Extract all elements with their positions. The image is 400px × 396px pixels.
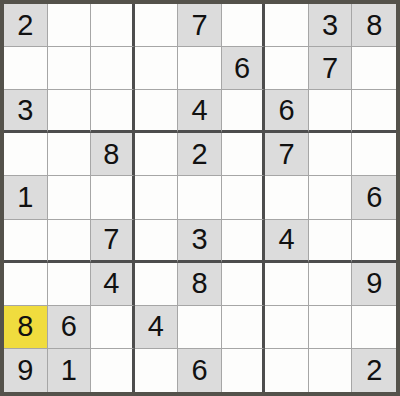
cell-r2c4[interactable]: [135, 47, 179, 90]
cell-r3c4[interactable]: [135, 90, 179, 133]
cell-r3c6[interactable]: [222, 90, 266, 133]
cell-r3c5[interactable]: 4: [178, 90, 222, 133]
cell-r4c5[interactable]: 2: [178, 133, 222, 176]
cell-r2c3[interactable]: [91, 47, 135, 90]
cell-r7c4[interactable]: [135, 263, 179, 306]
cell-r7c8[interactable]: [309, 263, 353, 306]
cell-r7c2[interactable]: [48, 263, 92, 306]
cell-r5c3[interactable]: [91, 176, 135, 219]
cell-r9c4[interactable]: [135, 349, 179, 392]
cell-r2c5[interactable]: [178, 47, 222, 90]
cell-r6c7[interactable]: 4: [265, 220, 309, 263]
cell-r2c9[interactable]: [352, 47, 396, 90]
cell-r7c6[interactable]: [222, 263, 266, 306]
cell-r3c2[interactable]: [48, 90, 92, 133]
cell-r9c6[interactable]: [222, 349, 266, 392]
cell-r6c6[interactable]: [222, 220, 266, 263]
cell-r7c9[interactable]: 9: [352, 263, 396, 306]
cell-r5c6[interactable]: [222, 176, 266, 219]
cell-r6c3[interactable]: 7: [91, 220, 135, 263]
cell-r6c8[interactable]: [309, 220, 353, 263]
cell-r8c9[interactable]: [352, 306, 396, 349]
cell-r4c8[interactable]: [309, 133, 353, 176]
cell-r1c2[interactable]: [48, 4, 92, 47]
cell-r1c8[interactable]: 3: [309, 4, 353, 47]
cell-r2c7[interactable]: [265, 47, 309, 90]
cell-r4c7[interactable]: 7: [265, 133, 309, 176]
cell-r1c4[interactable]: [135, 4, 179, 47]
cell-r8c8[interactable]: [309, 306, 353, 349]
cell-r7c3[interactable]: 4: [91, 263, 135, 306]
cell-r4c9[interactable]: [352, 133, 396, 176]
cell-r1c5[interactable]: 7: [178, 4, 222, 47]
cell-r1c3[interactable]: [91, 4, 135, 47]
cell-r6c2[interactable]: [48, 220, 92, 263]
cell-r8c2[interactable]: 6: [48, 306, 92, 349]
sudoku-board: 273867346827167344898649162: [0, 0, 400, 396]
cell-r4c1[interactable]: [4, 133, 48, 176]
cell-r4c3[interactable]: 8: [91, 133, 135, 176]
cell-r1c7[interactable]: [265, 4, 309, 47]
cell-r2c2[interactable]: [48, 47, 92, 90]
cell-r8c1[interactable]: 8: [4, 306, 48, 349]
cell-r7c7[interactable]: [265, 263, 309, 306]
cell-r2c8[interactable]: 7: [309, 47, 353, 90]
cell-r9c7[interactable]: [265, 349, 309, 392]
cell-r5c7[interactable]: [265, 176, 309, 219]
cell-r8c6[interactable]: [222, 306, 266, 349]
cell-r8c3[interactable]: [91, 306, 135, 349]
cell-r6c1[interactable]: [4, 220, 48, 263]
cell-r5c4[interactable]: [135, 176, 179, 219]
cell-r9c3[interactable]: [91, 349, 135, 392]
cell-r9c5[interactable]: 6: [178, 349, 222, 392]
cell-r6c9[interactable]: [352, 220, 396, 263]
cell-r5c1[interactable]: 1: [4, 176, 48, 219]
cell-r6c4[interactable]: [135, 220, 179, 263]
cell-r1c1[interactable]: 2: [4, 4, 48, 47]
cell-r4c2[interactable]: [48, 133, 92, 176]
cell-r4c4[interactable]: [135, 133, 179, 176]
cell-r2c1[interactable]: [4, 47, 48, 90]
cell-r4c6[interactable]: [222, 133, 266, 176]
cell-r8c5[interactable]: [178, 306, 222, 349]
cell-r5c5[interactable]: [178, 176, 222, 219]
cell-r5c8[interactable]: [309, 176, 353, 219]
cell-r1c6[interactable]: [222, 4, 266, 47]
cell-r3c9[interactable]: [352, 90, 396, 133]
cell-r7c5[interactable]: 8: [178, 263, 222, 306]
cell-r7c1[interactable]: [4, 263, 48, 306]
cell-r8c4[interactable]: 4: [135, 306, 179, 349]
cell-r5c9[interactable]: 6: [352, 176, 396, 219]
cell-r8c7[interactable]: [265, 306, 309, 349]
cell-r9c8[interactable]: [309, 349, 353, 392]
cell-r2c6[interactable]: 6: [222, 47, 266, 90]
cell-r5c2[interactable]: [48, 176, 92, 219]
cell-r9c1[interactable]: 9: [4, 349, 48, 392]
cell-r9c9[interactable]: 2: [352, 349, 396, 392]
cell-r6c5[interactable]: 3: [178, 220, 222, 263]
cell-r3c8[interactable]: [309, 90, 353, 133]
cell-r1c9[interactable]: 8: [352, 4, 396, 47]
cell-r9c2[interactable]: 1: [48, 349, 92, 392]
cell-r3c3[interactable]: [91, 90, 135, 133]
cell-r3c7[interactable]: 6: [265, 90, 309, 133]
cell-r3c1[interactable]: 3: [4, 90, 48, 133]
